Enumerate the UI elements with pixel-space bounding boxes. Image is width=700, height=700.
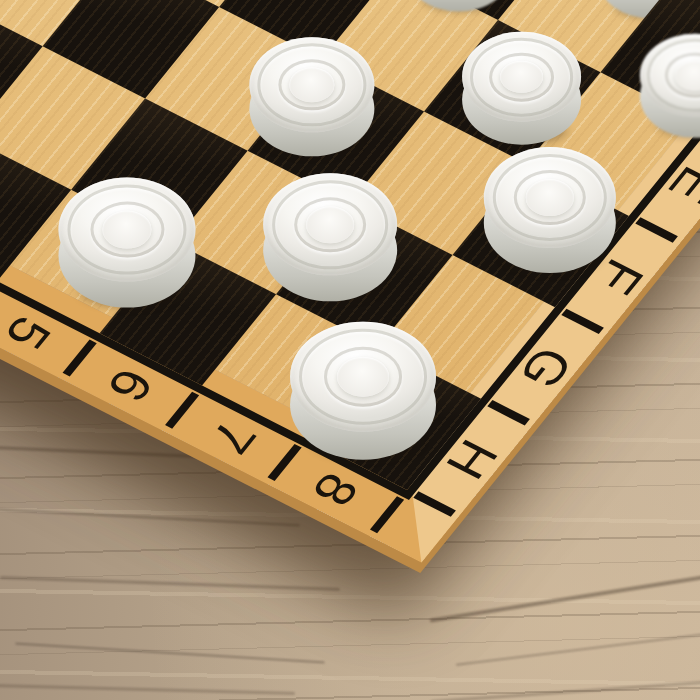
number-label-7: 7 [200, 414, 265, 461]
white-checker-f8[interactable] [484, 146, 616, 272]
number-label-6: 6 [98, 362, 163, 409]
piece-center-disc [500, 60, 543, 93]
margin-tick [63, 340, 97, 377]
margin-tick [561, 309, 604, 334]
margin-tick [268, 444, 302, 481]
piece-center-disc [289, 67, 334, 101]
photo-checkers-board-corner: Corner of a wooden checkers board with w… [0, 0, 700, 700]
piece-center-disc [102, 210, 151, 247]
piece-center-disc [306, 205, 354, 242]
piece-top-face [263, 173, 397, 275]
white-checker-h8[interactable] [290, 321, 436, 459]
piece-top-face [249, 37, 374, 132]
piece-top-face [484, 146, 616, 247]
margin-tick [413, 491, 456, 516]
white-checker-f6[interactable] [249, 37, 374, 156]
piece-top-face [290, 321, 436, 431]
number-label-8: 8 [303, 466, 368, 513]
margin-tick [370, 496, 404, 533]
margin-tick [487, 400, 530, 425]
margin-tick [635, 217, 678, 242]
margin-tick [165, 392, 199, 429]
piece-top-face [462, 31, 581, 121]
piece-center-disc [337, 356, 390, 396]
white-checker-h6[interactable] [58, 177, 195, 307]
number-label-5: 5 [0, 309, 60, 356]
piece-center-disc [526, 179, 574, 215]
white-checker-g7[interactable] [263, 173, 397, 301]
piece-top-face [58, 177, 195, 281]
